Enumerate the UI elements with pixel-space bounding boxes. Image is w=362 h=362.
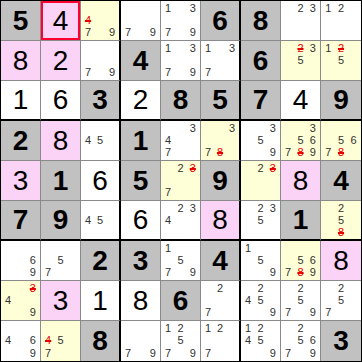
- candidate-5: 5: [254, 254, 266, 266]
- pencil-marks: 12: [322, 2, 360, 39]
- candidate-6: 6: [307, 335, 319, 348]
- cell-r6c8[interactable]: 1: [281, 201, 321, 241]
- candidate-7: 7: [322, 147, 335, 159]
- cell-r8c9[interactable]: 257: [321, 281, 361, 321]
- candidate-1: 1: [242, 322, 254, 335]
- candidate-1: 1: [162, 2, 174, 14]
- cell-r8c7[interactable]: 2459: [241, 281, 281, 321]
- solved-digit: 8: [212, 206, 228, 234]
- candidate-4: 4: [2, 294, 14, 306]
- candidate-7: 7: [322, 307, 335, 319]
- cell-r1c5[interactable]: 1379: [161, 1, 201, 41]
- candidate-9: 9: [187, 67, 199, 79]
- cell-r1c6[interactable]: 6: [201, 1, 241, 41]
- cell-r5c6[interactable]: 9: [201, 161, 241, 201]
- candidate-9: 9: [187, 267, 199, 279]
- candidate-7: 7: [162, 147, 174, 159]
- candidate-7: 7: [282, 307, 294, 319]
- candidate-5: 5: [174, 335, 186, 348]
- candidate-2: 2: [214, 322, 226, 335]
- given-digit: 5: [13, 7, 29, 35]
- solved-digit: 1: [13, 86, 29, 114]
- solved-digit: 8: [293, 167, 309, 195]
- cell-r6c4[interactable]: 6: [121, 201, 161, 241]
- candidate-9: 9: [307, 267, 319, 279]
- cell-r9c5[interactable]: 12579: [161, 321, 201, 361]
- cell-r4c1[interactable]: 2: [1, 121, 41, 161]
- cell-r6c1[interactable]: 7: [1, 201, 41, 241]
- candidate-5: 5: [294, 294, 306, 306]
- cell-r7c8[interactable]: 56789: [281, 241, 321, 281]
- solved-digit: 2: [133, 86, 149, 114]
- candidate-2: 2: [335, 202, 348, 214]
- pencil-marks: 159: [242, 242, 279, 279]
- candidate-7: 7: [162, 267, 174, 279]
- given-digit: 8: [253, 7, 269, 35]
- candidate-9: 9: [267, 347, 279, 360]
- pencil-marks: 359: [242, 122, 279, 159]
- pencil-marks: 235: [282, 42, 319, 79]
- candidate-7: 7: [282, 267, 294, 279]
- given-digit: 2: [92, 247, 108, 275]
- candidate-2: 2: [294, 2, 306, 14]
- candidate-3: 3: [226, 42, 238, 54]
- cell-r4c4[interactable]: 1: [121, 121, 161, 161]
- candidate-4: 4: [162, 214, 174, 226]
- given-digit: 6: [253, 47, 269, 75]
- cell-r9c3[interactable]: 8: [81, 321, 121, 361]
- cell-r6c6[interactable]: 8: [201, 201, 241, 241]
- solved-digit: 8: [133, 287, 149, 315]
- cell-r2c2[interactable]: 2: [41, 41, 81, 81]
- candidate-5: 5: [294, 134, 306, 146]
- candidate-2: 2: [254, 162, 266, 174]
- cell-r3c2[interactable]: 6: [41, 81, 81, 121]
- cell-r6c5[interactable]: 234: [161, 201, 201, 241]
- candidate-4: 4: [162, 134, 174, 146]
- candidate-2: 2: [174, 322, 186, 335]
- pencil-marks: 347: [162, 122, 199, 159]
- candidate-2: 2: [174, 162, 186, 174]
- cell-r3c4[interactable]: 2: [121, 81, 161, 121]
- cell-r3c3[interactable]: 3: [81, 81, 121, 121]
- cell-r4c7[interactable]: 359: [241, 121, 281, 161]
- candidate-5: 5: [174, 254, 186, 266]
- solved-digit: 2: [53, 47, 69, 75]
- cell-r6c3[interactable]: 45: [81, 201, 121, 241]
- cell-r3c7[interactable]: 7: [241, 81, 281, 121]
- candidate-5: 5: [335, 214, 348, 226]
- cell-r6c9[interactable]: 258: [321, 201, 361, 241]
- candidate-4: 4: [82, 134, 94, 146]
- candidate-1: 1: [162, 42, 174, 54]
- candidate-5: 5: [335, 134, 348, 146]
- cell-r2c1[interactable]: 8: [1, 41, 41, 81]
- given-digit: 4: [133, 47, 149, 75]
- candidate-7: 7: [282, 347, 294, 360]
- candidate-9: 9: [27, 307, 39, 319]
- cell-r8c2[interactable]: 3: [41, 281, 81, 321]
- pencil-marks: 45: [82, 122, 118, 159]
- candidate-3-eliminated: 3: [27, 282, 39, 294]
- cell-r9c8[interactable]: 25679: [281, 321, 321, 361]
- given-digit: 1: [293, 206, 309, 234]
- candidate-5: 5: [94, 134, 106, 146]
- given-digit: 5: [133, 167, 149, 195]
- cell-r2c6[interactable]: 137: [201, 41, 241, 81]
- cell-r2c7[interactable]: 6: [241, 41, 281, 81]
- candidate-2: 2: [254, 322, 266, 335]
- cell-r5c5[interactable]: 237: [161, 161, 201, 201]
- pencil-marks: 2459: [242, 282, 279, 319]
- pencil-marks: 349: [2, 282, 39, 319]
- solved-digit: 8: [13, 47, 29, 75]
- cell-r4c9[interactable]: 5678: [321, 121, 361, 161]
- candidate-1: 1: [162, 322, 174, 335]
- candidate-9: 9: [106, 67, 118, 79]
- pencil-marks: 378: [202, 122, 238, 159]
- candidate-5: 5: [254, 134, 266, 146]
- pencil-marks: 45: [82, 202, 118, 238]
- pencil-marks: 12579: [162, 322, 199, 360]
- pencil-marks: 23: [282, 2, 319, 39]
- candidate-8-eliminated: 8: [214, 147, 226, 159]
- cell-r2c3[interactable]: 79: [81, 41, 121, 81]
- cell-r5c7[interactable]: 23: [241, 161, 281, 201]
- cell-r9c4[interactable]: 79: [121, 321, 161, 361]
- cell-r9c1[interactable]: 469: [1, 321, 41, 361]
- candidate-5: 5: [294, 54, 306, 66]
- given-digit: 9: [212, 167, 228, 195]
- cell-r4c6[interactable]: 378: [201, 121, 241, 161]
- candidate-6: 6: [307, 254, 319, 266]
- candidate-3: 3: [187, 42, 199, 54]
- given-digit: 6: [212, 7, 228, 35]
- pencil-marks: 25679: [282, 322, 319, 360]
- cell-r5c3[interactable]: 6: [81, 161, 121, 201]
- cell-r7c5[interactable]: 1579: [161, 241, 201, 281]
- candidate-8-eliminated: 8: [294, 267, 306, 279]
- candidate-5: 5: [54, 335, 66, 348]
- candidate-7: 7: [42, 347, 54, 360]
- candidate-9: 9: [307, 147, 319, 159]
- cell-r5c8[interactable]: 8: [281, 161, 321, 201]
- candidate-9: 9: [187, 347, 199, 360]
- candidate-2: 2: [294, 282, 306, 294]
- pencil-marks: 79: [82, 42, 118, 79]
- candidate-4-eliminated: 4: [42, 335, 54, 348]
- pencil-marks: 69: [2, 242, 39, 279]
- candidate-9: 9: [27, 347, 39, 360]
- candidate-2-eliminated: 2: [294, 42, 306, 54]
- candidate-7: 7: [82, 67, 94, 79]
- candidate-5: 5: [254, 214, 266, 226]
- candidate-3-eliminated: 3: [187, 162, 199, 174]
- candidate-9: 9: [147, 27, 159, 39]
- pencil-marks: 79: [122, 322, 159, 360]
- cell-r5c4[interactable]: 5: [121, 161, 161, 201]
- solved-digit: 4: [53, 7, 69, 35]
- candidate-7: 7: [162, 187, 174, 199]
- candidate-7: 7: [202, 307, 214, 319]
- candidate-4: 4: [2, 335, 14, 348]
- cell-r9c2[interactable]: 457: [41, 321, 81, 361]
- pencil-marks: 235: [242, 202, 279, 238]
- candidate-1: 1: [322, 42, 335, 54]
- cell-r7c1[interactable]: 69: [1, 241, 41, 281]
- candidate-3: 3: [226, 122, 238, 134]
- pencil-marks: 237: [162, 162, 199, 199]
- candidate-7: 7: [42, 267, 54, 279]
- candidate-1: 1: [162, 242, 174, 254]
- given-digit: 3: [333, 327, 349, 355]
- candidate-3: 3: [187, 2, 199, 14]
- candidate-2: 2: [254, 282, 266, 294]
- candidate-3-eliminated: 3: [267, 162, 279, 174]
- cell-r1c3[interactable]: 479: [81, 1, 121, 41]
- cell-r5c1[interactable]: 3: [1, 161, 41, 201]
- solved-digit: 6: [92, 167, 108, 195]
- cell-r1c9[interactable]: 12: [321, 1, 361, 41]
- cell-r4c2[interactable]: 8: [41, 121, 81, 161]
- given-digit: 4: [333, 167, 349, 195]
- candidate-9: 9: [307, 347, 319, 360]
- candidate-5: 5: [294, 335, 306, 348]
- candidate-5: 5: [254, 294, 266, 306]
- candidate-4: 4: [242, 335, 254, 348]
- cell-r2c8[interactable]: 235: [281, 41, 321, 81]
- cell-r8c8[interactable]: 2579: [281, 281, 321, 321]
- pencil-marks: 234: [162, 202, 199, 238]
- cell-r9c7[interactable]: 12459: [241, 321, 281, 361]
- candidate-6: 6: [27, 335, 39, 348]
- pencil-marks: 125: [322, 42, 360, 79]
- candidate-7: 7: [122, 347, 134, 360]
- pencil-marks: 258: [322, 202, 360, 238]
- candidate-4: 4: [242, 294, 254, 306]
- cell-r2c4[interactable]: 4: [121, 41, 161, 81]
- pencil-marks: 27: [202, 282, 238, 319]
- given-digit: 1: [133, 127, 149, 155]
- candidate-9: 9: [147, 347, 159, 360]
- pencil-marks: 1379: [162, 2, 199, 39]
- candidate-7: 7: [162, 67, 174, 79]
- cell-r8c4[interactable]: 8: [121, 281, 161, 321]
- candidate-9: 9: [267, 307, 279, 319]
- pencil-marks: 79: [122, 2, 159, 39]
- candidate-3: 3: [307, 2, 319, 14]
- candidate-7: 7: [282, 147, 294, 159]
- candidate-8-eliminated: 8: [335, 147, 348, 159]
- given-digit: 2: [13, 127, 29, 155]
- candidate-3: 3: [187, 122, 199, 134]
- cell-r2c9[interactable]: 125: [321, 41, 361, 81]
- candidate-7: 7: [202, 147, 214, 159]
- given-digit: 3: [92, 86, 108, 114]
- candidate-2: 2: [254, 202, 266, 214]
- given-digit: 8: [92, 327, 108, 355]
- given-digit: 7: [13, 206, 29, 234]
- candidate-7: 7: [82, 27, 94, 39]
- pencil-marks: 1579: [162, 242, 199, 279]
- candidate-5: 5: [335, 294, 348, 306]
- cell-r6c2[interactable]: 9: [41, 201, 81, 241]
- candidate-7: 7: [202, 347, 214, 360]
- candidate-4: 4: [82, 214, 94, 226]
- solved-digit: 8: [333, 247, 349, 275]
- given-digit: 7: [253, 86, 269, 114]
- candidate-3: 3: [187, 202, 199, 214]
- cell-r3c1[interactable]: 1: [1, 81, 41, 121]
- cell-r9c9[interactable]: 3: [321, 321, 361, 361]
- candidate-7: 7: [122, 27, 134, 39]
- given-digit: 4: [212, 247, 228, 275]
- candidate-2: 2: [335, 2, 348, 14]
- candidate-2: 2: [174, 202, 186, 214]
- solved-digit: 1: [92, 287, 108, 315]
- cell-r4c5[interactable]: 347: [161, 121, 201, 161]
- candidate-1: 1: [202, 42, 214, 54]
- pencil-marks: 257: [322, 282, 360, 319]
- candidate-7: 7: [162, 27, 174, 39]
- solved-digit: 3: [13, 167, 29, 195]
- cell-r1c2[interactable]: 4: [41, 1, 81, 41]
- given-digit: 9: [53, 206, 69, 234]
- candidate-9: 9: [27, 267, 39, 279]
- solved-digit: 4: [293, 86, 309, 114]
- pencil-marks: 127: [202, 322, 238, 360]
- pencil-marks: 23: [242, 162, 279, 199]
- candidate-7: 7: [202, 67, 214, 79]
- candidate-2: 2: [214, 282, 226, 294]
- candidate-3: 3: [307, 122, 319, 134]
- candidate-3: 3: [267, 122, 279, 134]
- given-digit: 6: [173, 287, 189, 315]
- candidate-9: 9: [187, 27, 199, 39]
- candidate-3: 3: [307, 42, 319, 54]
- cell-r4c3[interactable]: 45: [81, 121, 121, 161]
- given-digit: 5: [212, 86, 228, 114]
- cell-r8c5[interactable]: 6: [161, 281, 201, 321]
- cell-r5c9[interactable]: 4: [321, 161, 361, 201]
- cell-r7c7[interactable]: 159: [241, 241, 281, 281]
- cell-r3c5[interactable]: 8: [161, 81, 201, 121]
- cell-r1c4[interactable]: 79: [121, 1, 161, 41]
- candidate-1: 1: [202, 322, 214, 335]
- pencil-marks: 12459: [242, 322, 279, 360]
- candidate-6: 6: [27, 254, 39, 266]
- cell-r7c3[interactable]: 2: [81, 241, 121, 281]
- candidate-2: 2: [294, 322, 306, 335]
- cell-r3c9[interactable]: 9: [321, 81, 361, 121]
- candidate-9: 9: [267, 147, 279, 159]
- cell-r8c6[interactable]: 27: [201, 281, 241, 321]
- candidate-9: 9: [267, 267, 279, 279]
- solved-digit: 6: [133, 206, 149, 234]
- cell-r8c1[interactable]: 349: [1, 281, 41, 321]
- pencil-marks: 56789: [282, 242, 319, 279]
- candidate-4-eliminated: 4: [82, 14, 94, 26]
- cell-r5c2[interactable]: 1: [41, 161, 81, 201]
- candidate-8-eliminated: 8: [294, 147, 306, 159]
- candidate-5: 5: [335, 54, 348, 66]
- candidate-1: 1: [242, 242, 254, 254]
- candidate-9: 9: [307, 307, 319, 319]
- cell-r9c6[interactable]: 127: [201, 321, 241, 361]
- cell-r7c4[interactable]: 3: [121, 241, 161, 281]
- cell-r7c6[interactable]: 4: [201, 241, 241, 281]
- candidate-6: 6: [347, 134, 360, 146]
- candidate-1: 1: [322, 2, 335, 14]
- pencil-marks: 2579: [282, 282, 319, 319]
- solved-digit: 3: [53, 287, 69, 315]
- pencil-marks: 57: [42, 242, 79, 279]
- given-digit: 9: [333, 86, 349, 114]
- pencil-marks: 5678: [322, 122, 360, 159]
- candidate-2-eliminated: 2: [335, 42, 348, 54]
- cell-r1c1[interactable]: 5: [1, 1, 41, 41]
- given-digit: 3: [133, 247, 149, 275]
- candidate-2: 2: [335, 282, 348, 294]
- given-digit: 8: [173, 86, 189, 114]
- candidate-6: 6: [307, 134, 319, 146]
- candidate-9: 9: [106, 27, 118, 39]
- pencil-marks: 469: [2, 322, 39, 360]
- cell-r1c7[interactable]: 8: [241, 1, 281, 41]
- cell-r4c8[interactable]: 356789: [281, 121, 321, 161]
- cell-r8c3[interactable]: 1: [81, 281, 121, 321]
- candidate-7: 7: [162, 347, 174, 360]
- pencil-marks: 457: [42, 322, 79, 360]
- pencil-marks: 1379: [162, 42, 199, 79]
- cell-r1c8[interactable]: 23: [281, 1, 321, 41]
- cell-r3c8[interactable]: 4: [281, 81, 321, 121]
- candidate-5: 5: [94, 214, 106, 226]
- candidate-3: 3: [267, 202, 279, 214]
- sudoku-board: 5447979137968231282794137913762351251632…: [0, 0, 362, 362]
- pencil-marks: 479: [82, 2, 118, 39]
- candidate-5: 5: [54, 254, 66, 266]
- cell-r6c7[interactable]: 235: [241, 201, 281, 241]
- cell-r7c9[interactable]: 8: [321, 241, 361, 281]
- candidate-5: 5: [254, 335, 266, 348]
- candidate-5: 5: [294, 254, 306, 266]
- pencil-marks: 137: [202, 42, 238, 79]
- pencil-marks: 356789: [282, 122, 319, 159]
- cell-r7c2[interactable]: 57: [41, 241, 81, 281]
- solved-digit: 6: [53, 86, 69, 114]
- solved-digit: 8: [53, 127, 69, 155]
- given-digit: 1: [53, 167, 69, 195]
- candidate-8-eliminated: 8: [335, 226, 348, 238]
- cell-r2c5[interactable]: 1379: [161, 41, 201, 81]
- cell-r3c6[interactable]: 5: [201, 81, 241, 121]
